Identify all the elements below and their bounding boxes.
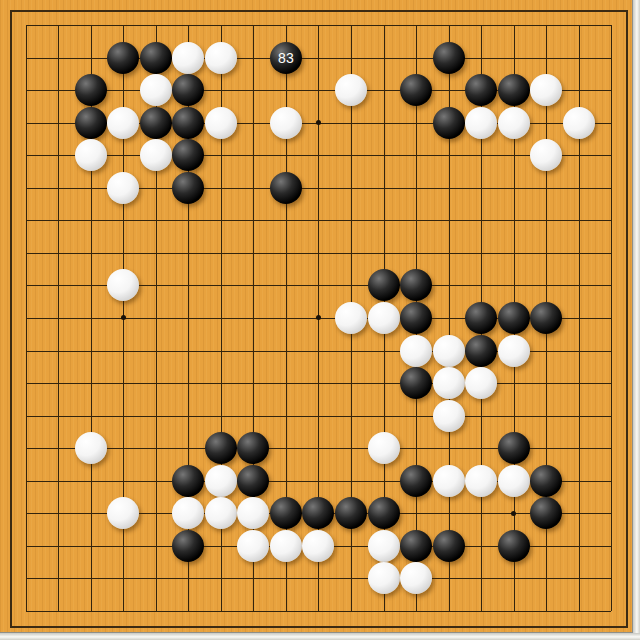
go-board[interactable]: 83 xyxy=(0,0,640,640)
stone-white xyxy=(400,562,432,594)
stone-white xyxy=(107,497,139,529)
stone-black xyxy=(237,465,269,497)
stone-black xyxy=(433,107,465,139)
stone-black xyxy=(530,302,562,334)
stone-black xyxy=(368,497,400,529)
stone-black xyxy=(530,497,562,529)
star-point xyxy=(316,315,321,320)
stone-black xyxy=(75,107,107,139)
stone-white xyxy=(75,139,107,171)
stone-black xyxy=(498,302,530,334)
stone-white xyxy=(530,139,562,171)
stone-black xyxy=(270,497,302,529)
stone-white xyxy=(140,74,172,106)
stone-white xyxy=(498,335,530,367)
stone-black xyxy=(465,74,497,106)
stone-white xyxy=(205,497,237,529)
grid-line xyxy=(611,25,612,611)
go-board-screenshot: 83 xyxy=(0,0,640,640)
stone-white xyxy=(368,302,400,334)
grid-line xyxy=(26,611,612,612)
stone-black xyxy=(400,367,432,399)
stone-black: 83 xyxy=(270,42,302,74)
stone-white xyxy=(107,107,139,139)
stone-white xyxy=(205,107,237,139)
stone-white xyxy=(433,465,465,497)
stone-black xyxy=(237,432,269,464)
stone-black xyxy=(400,465,432,497)
stone-black xyxy=(465,335,497,367)
stone-white xyxy=(335,74,367,106)
stone-black xyxy=(498,530,530,562)
stone-black xyxy=(400,530,432,562)
grid-line xyxy=(26,416,612,417)
stone-white xyxy=(172,42,204,74)
stone-black xyxy=(368,269,400,301)
stone-white xyxy=(563,107,595,139)
stone-black xyxy=(530,465,562,497)
stone-black xyxy=(172,530,204,562)
stone-white xyxy=(237,497,269,529)
stone-white xyxy=(465,367,497,399)
stone-white xyxy=(205,42,237,74)
stone-black xyxy=(172,107,204,139)
stone-black xyxy=(433,42,465,74)
stone-white xyxy=(433,335,465,367)
stone-white xyxy=(433,400,465,432)
stone-white xyxy=(270,530,302,562)
stone-black xyxy=(205,432,237,464)
stone-white xyxy=(172,497,204,529)
stone-white xyxy=(140,139,172,171)
stone-white xyxy=(368,432,400,464)
stone-black xyxy=(107,42,139,74)
stone-white xyxy=(205,465,237,497)
move-number-label: 83 xyxy=(270,42,302,74)
grid-line xyxy=(26,578,612,579)
stone-black xyxy=(140,107,172,139)
stone-black xyxy=(498,74,530,106)
stone-black xyxy=(172,172,204,204)
stone-white xyxy=(400,335,432,367)
stone-black xyxy=(498,432,530,464)
stone-white xyxy=(107,269,139,301)
stone-white xyxy=(465,107,497,139)
stone-black xyxy=(270,172,302,204)
stone-black xyxy=(140,42,172,74)
stone-white xyxy=(498,107,530,139)
stone-black xyxy=(172,74,204,106)
stone-white xyxy=(335,302,367,334)
stone-black xyxy=(465,302,497,334)
stone-white xyxy=(368,562,400,594)
grid-line xyxy=(26,383,612,384)
stone-black xyxy=(172,139,204,171)
stone-black xyxy=(335,497,367,529)
stone-black xyxy=(400,74,432,106)
stone-white xyxy=(237,530,269,562)
stone-black xyxy=(400,269,432,301)
stone-white xyxy=(465,465,497,497)
stone-black xyxy=(400,302,432,334)
stone-white xyxy=(433,367,465,399)
stone-white xyxy=(302,530,334,562)
stone-black xyxy=(75,74,107,106)
stone-white xyxy=(530,74,562,106)
star-point xyxy=(316,120,321,125)
stone-white xyxy=(368,530,400,562)
stone-black xyxy=(302,497,334,529)
stone-white xyxy=(270,107,302,139)
stone-white xyxy=(75,432,107,464)
stone-white xyxy=(498,465,530,497)
stone-black xyxy=(172,465,204,497)
star-point xyxy=(511,511,516,516)
star-point xyxy=(121,315,126,320)
stone-white xyxy=(107,172,139,204)
stone-black xyxy=(433,530,465,562)
